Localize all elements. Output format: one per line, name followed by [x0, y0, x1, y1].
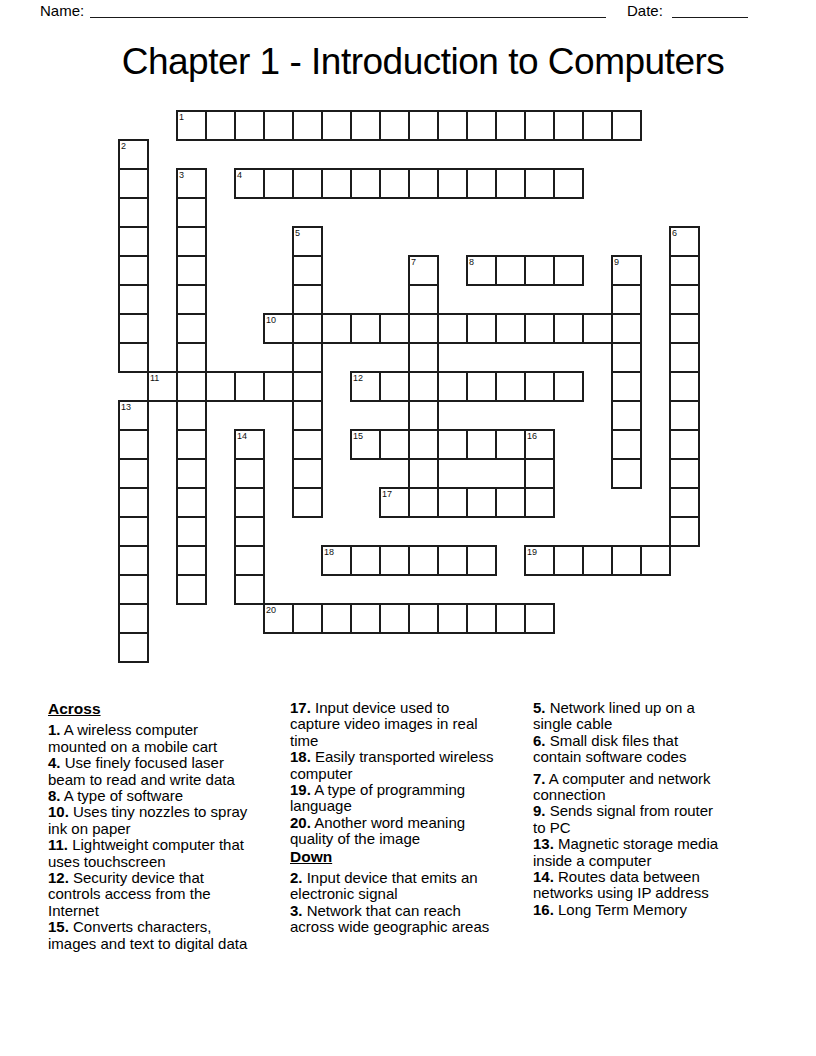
- grid-cell-r13c13: [495, 487, 526, 518]
- down-clue-3: 3. Network that can reachacross wide geo…: [290, 903, 530, 936]
- grid-cell-r7c8: [350, 313, 381, 344]
- crossword-grid: 1234567891011121314151617181920: [118, 110, 700, 663]
- across-clue-20: 20. Another word meaningquality of the i…: [290, 815, 530, 848]
- grid-cell-r17c8: [350, 603, 381, 634]
- grid-number-4: 4: [237, 171, 242, 180]
- grid-cell-r18c0: [118, 632, 149, 663]
- clue-column-1: Across1. A wireless computermounted on a…: [48, 700, 288, 952]
- grid-cell-r11c2: [176, 429, 207, 460]
- grid-cell-r0c13: [495, 110, 526, 141]
- clue-number-label: 4.: [48, 754, 61, 771]
- grid-cell-r6c2: [176, 284, 207, 315]
- clue-number-label: 16.: [533, 901, 554, 918]
- grid-cell-r16c0: [118, 574, 149, 605]
- grid-cell-r12c10: [408, 458, 439, 489]
- down-clue-5: 5. Network lined up on asingle cable: [533, 700, 773, 733]
- grid-cell-r2c9: [379, 168, 410, 199]
- grid-number-8: 8: [469, 258, 474, 267]
- grid-cell-r7c17: [611, 313, 642, 344]
- grid-cell-r17c9: [379, 603, 410, 634]
- grid-cell-r0c9: [379, 110, 410, 141]
- clue-column-3: 5. Network lined up on asingle cable6. S…: [533, 700, 773, 918]
- grid-cell-r0c5: [263, 110, 294, 141]
- grid-cell-r11c10: [408, 429, 439, 460]
- grid-cell-r3c2: [176, 197, 207, 228]
- grid-number-3: 3: [179, 171, 184, 180]
- grid-cell-r13c10: [408, 487, 439, 518]
- grid-number-16: 16: [527, 432, 537, 441]
- grid-cell-r0c16: [582, 110, 613, 141]
- clue-number-label: 6.: [533, 732, 546, 749]
- clue-number-label: 17.: [290, 699, 311, 716]
- grid-cell-r2c8: [350, 168, 381, 199]
- grid-cell-r12c14: [524, 458, 555, 489]
- grid-cell-r9c3: [205, 371, 236, 402]
- clue-number-label: 12.: [48, 869, 69, 886]
- clue-number-label: 13.: [533, 835, 554, 852]
- grid-cell-r7c9: [379, 313, 410, 344]
- grid-cell-r17c14: [524, 603, 555, 634]
- down-clue-14: 14. Routes data betweennetworks using IP…: [533, 869, 773, 902]
- grid-cell-r0c6: [292, 110, 323, 141]
- grid-cell-r17c7: [321, 603, 352, 634]
- across-clue-12: 12. Security device thatcontrols access …: [48, 870, 288, 919]
- grid-cell-r14c19: [669, 516, 700, 547]
- grid-cell-r5c14: [524, 255, 555, 286]
- grid-cell-r12c2: [176, 458, 207, 489]
- across-clue-10: 10. Uses tiny nozzles to sprayink on pap…: [48, 804, 288, 837]
- grid-cell-r7c19: [669, 313, 700, 344]
- across-clue-8: 8. A type of software: [48, 788, 288, 804]
- grid-cell-r15c18: [640, 545, 671, 576]
- grid-cell-r12c4: [234, 458, 265, 489]
- grid-cell-r13c12: [466, 487, 497, 518]
- grid-cell-r2c13: [495, 168, 526, 199]
- grid-cell-r7c15: [553, 313, 584, 344]
- grid-cell-r0c10: [408, 110, 439, 141]
- grid-cell-r13c0: [118, 487, 149, 518]
- grid-cell-r6c10: [408, 284, 439, 315]
- grid-cell-r12c0: [118, 458, 149, 489]
- across-clue-15: 15. Converts characters,images and text …: [48, 919, 288, 952]
- grid-cell-r10c6: [292, 400, 323, 431]
- grid-cell-r0c8: [350, 110, 381, 141]
- down-clue-2: 2. Input device that emits anelectronic …: [290, 870, 530, 903]
- grid-cell-r9c5: [263, 371, 294, 402]
- grid-cell-r5c19: [669, 255, 700, 286]
- grid-cell-r15c8: [350, 545, 381, 576]
- grid-cell-r15c10: [408, 545, 439, 576]
- across-clue-11: 11. Lightweight computer thatuses touchs…: [48, 837, 288, 870]
- grid-number-1: 1: [179, 113, 184, 122]
- date-label: Date:: [627, 2, 663, 19]
- grid-number-15: 15: [353, 432, 363, 441]
- grid-number-19: 19: [527, 548, 537, 557]
- grid-cell-r15c9: [379, 545, 410, 576]
- grid-cell-r2c0: [118, 168, 149, 199]
- down-clue-16: 16. Long Term Memory: [533, 902, 773, 918]
- grid-cell-r2c14: [524, 168, 555, 199]
- grid-number-5: 5: [295, 229, 300, 238]
- clue-number-label: 2.: [290, 869, 303, 886]
- grid-cell-r8c2: [176, 342, 207, 373]
- grid-cell-r10c19: [669, 400, 700, 431]
- grid-number-13: 13: [121, 403, 131, 412]
- grid-cell-r5c0: [118, 255, 149, 286]
- grid-cell-r15c4: [234, 545, 265, 576]
- grid-cell-r2c5: [263, 168, 294, 199]
- grid-cell-r2c15: [553, 168, 584, 199]
- grid-cell-r10c2: [176, 400, 207, 431]
- grid-cell-r8c19: [669, 342, 700, 373]
- grid-cell-r9c14: [524, 371, 555, 402]
- clue-number-label: 9.: [533, 802, 546, 819]
- grid-cell-r6c19: [669, 284, 700, 315]
- grid-cell-r11c0: [118, 429, 149, 460]
- grid-number-14: 14: [237, 432, 247, 441]
- grid-number-6: 6: [672, 229, 677, 238]
- grid-cell-r6c17: [611, 284, 642, 315]
- grid-cell-r9c2: [176, 371, 207, 402]
- clue-number-label: 1.: [48, 721, 61, 738]
- grid-cell-r7c11: [437, 313, 468, 344]
- grid-cell-r7c14: [524, 313, 555, 344]
- name-blank-line: [90, 0, 606, 18]
- grid-cell-r15c0: [118, 545, 149, 576]
- grid-cell-r8c10: [408, 342, 439, 373]
- grid-cell-r15c12: [466, 545, 497, 576]
- grid-cell-r7c13: [495, 313, 526, 344]
- grid-cell-r7c10: [408, 313, 439, 344]
- grid-cell-r14c2: [176, 516, 207, 547]
- across-clue-1: 1. A wireless computermounted on a mobil…: [48, 722, 288, 755]
- name-label: Name:: [40, 2, 84, 19]
- date-blank-line: [672, 0, 748, 18]
- grid-cell-r8c6: [292, 342, 323, 373]
- grid-number-18: 18: [324, 548, 334, 557]
- grid-cell-r16c2: [176, 574, 207, 605]
- grid-cell-r17c12: [466, 603, 497, 634]
- grid-cell-r11c19: [669, 429, 700, 460]
- grid-cell-r16c4: [234, 574, 265, 605]
- grid-cell-r2c6: [292, 168, 323, 199]
- grid-cell-r15c17: [611, 545, 642, 576]
- across-clue-17: 17. Input device used tocapture video im…: [290, 700, 530, 749]
- grid-cell-r5c13: [495, 255, 526, 286]
- page-title: Chapter 1 - Introduction to Computers: [30, 41, 816, 83]
- clue-number-label: 5.: [533, 699, 546, 716]
- grid-cell-r11c6: [292, 429, 323, 460]
- grid-cell-r10c17: [611, 400, 642, 431]
- grid-cell-r9c9: [379, 371, 410, 402]
- grid-cell-r15c11: [437, 545, 468, 576]
- grid-cell-r2c12: [466, 168, 497, 199]
- grid-cell-r7c16: [582, 313, 613, 344]
- grid-cell-r0c7: [321, 110, 352, 141]
- grid-cell-r0c3: [205, 110, 236, 141]
- grid-number-7: 7: [411, 258, 416, 267]
- clue-number-label: 19.: [290, 781, 311, 798]
- grid-cell-r15c16: [582, 545, 613, 576]
- grid-cell-r6c0: [118, 284, 149, 315]
- clue-number-label: 7.: [533, 770, 546, 787]
- grid-cell-r13c6: [292, 487, 323, 518]
- down-clue-13: 13. Magnetic storage mediainside a compu…: [533, 836, 773, 869]
- grid-cell-r0c12: [466, 110, 497, 141]
- down-clue-9: 9. Sends signal from routerto PC: [533, 803, 773, 836]
- grid-cell-r0c14: [524, 110, 555, 141]
- grid-cell-r0c4: [234, 110, 265, 141]
- down-clue-7: 7. A computer and networkconnection: [533, 771, 773, 804]
- across-heading: Across: [48, 701, 288, 717]
- grid-cell-r7c0: [118, 313, 149, 344]
- grid-number-20: 20: [266, 606, 276, 615]
- clue-number-label: 10.: [48, 803, 69, 820]
- clue-number-label: 8.: [48, 787, 61, 804]
- grid-number-10: 10: [266, 316, 276, 325]
- grid-cell-r11c13: [495, 429, 526, 460]
- grid-cell-r2c10: [408, 168, 439, 199]
- down-heading: Down: [290, 849, 530, 865]
- grid-cell-r14c4: [234, 516, 265, 547]
- clue-number-label: 20.: [290, 814, 311, 831]
- grid-cell-r5c15: [553, 255, 584, 286]
- grid-cell-r4c2: [176, 226, 207, 257]
- grid-cell-r12c6: [292, 458, 323, 489]
- grid-cell-r13c4: [234, 487, 265, 518]
- grid-cell-r0c17: [611, 110, 642, 141]
- clue-number-label: 14.: [533, 868, 554, 885]
- grid-cell-r7c12: [466, 313, 497, 344]
- grid-cell-r0c11: [437, 110, 468, 141]
- grid-cell-r4c0: [118, 226, 149, 257]
- grid-cell-r9c13: [495, 371, 526, 402]
- clue-number-label: 3.: [290, 902, 303, 919]
- grid-cell-r13c14: [524, 487, 555, 518]
- across-clue-4: 4. Use finely focused laserbeam to read …: [48, 755, 288, 788]
- grid-number-9: 9: [614, 258, 619, 267]
- grid-number-11: 11: [150, 374, 159, 383]
- grid-cell-r13c2: [176, 487, 207, 518]
- grid-cell-r7c7: [321, 313, 352, 344]
- grid-cell-r17c13: [495, 603, 526, 634]
- grid-cell-r9c15: [553, 371, 584, 402]
- grid-cell-r7c6: [292, 313, 323, 344]
- grid-cell-r13c19: [669, 487, 700, 518]
- grid-cell-r9c19: [669, 371, 700, 402]
- grid-number-2: 2: [121, 142, 126, 151]
- grid-cell-r17c10: [408, 603, 439, 634]
- grid-cell-r10c10: [408, 400, 439, 431]
- clue-number-label: 18.: [290, 748, 311, 765]
- grid-cell-r7c2: [176, 313, 207, 344]
- grid-cell-r17c6: [292, 603, 323, 634]
- grid-cell-r5c2: [176, 255, 207, 286]
- grid-cell-r2c11: [437, 168, 468, 199]
- grid-cell-r11c9: [379, 429, 410, 460]
- grid-cell-r8c17: [611, 342, 642, 373]
- grid-cell-r9c6: [292, 371, 323, 402]
- clue-number-label: 15.: [48, 918, 69, 935]
- grid-cell-r12c17: [611, 458, 642, 489]
- grid-cell-r14c0: [118, 516, 149, 547]
- grid-cell-r2c7: [321, 168, 352, 199]
- grid-cell-r13c11: [437, 487, 468, 518]
- grid-cell-r3c0: [118, 197, 149, 228]
- grid-cell-r11c17: [611, 429, 642, 460]
- grid-cell-r15c2: [176, 545, 207, 576]
- grid-cell-r6c6: [292, 284, 323, 315]
- grid-cell-r12c19: [669, 458, 700, 489]
- clue-number-label: 11.: [48, 836, 68, 853]
- grid-cell-r9c17: [611, 371, 642, 402]
- across-clue-19: 19. A type of programminglanguage: [290, 782, 530, 815]
- clue-column-2: 17. Input device used tocapture video im…: [290, 700, 530, 936]
- grid-cell-r9c12: [466, 371, 497, 402]
- across-clue-18: 18. Easily transported wirelesscomputer: [290, 749, 530, 782]
- grid-number-17: 17: [382, 490, 392, 499]
- grid-cell-r17c0: [118, 603, 149, 634]
- grid-cell-r5c6: [292, 255, 323, 286]
- grid-cell-r9c10: [408, 371, 439, 402]
- grid-number-12: 12: [353, 374, 363, 383]
- grid-cell-r15c15: [553, 545, 584, 576]
- grid-cell-r11c12: [466, 429, 497, 460]
- grid-cell-r17c11: [437, 603, 468, 634]
- down-clue-6: 6. Small disk files thatcontain software…: [533, 733, 773, 766]
- grid-cell-r9c4: [234, 371, 265, 402]
- grid-cell-r8c0: [118, 342, 149, 373]
- grid-cell-r11c11: [437, 429, 468, 460]
- grid-cell-r9c11: [437, 371, 468, 402]
- grid-cell-r0c15: [553, 110, 584, 141]
